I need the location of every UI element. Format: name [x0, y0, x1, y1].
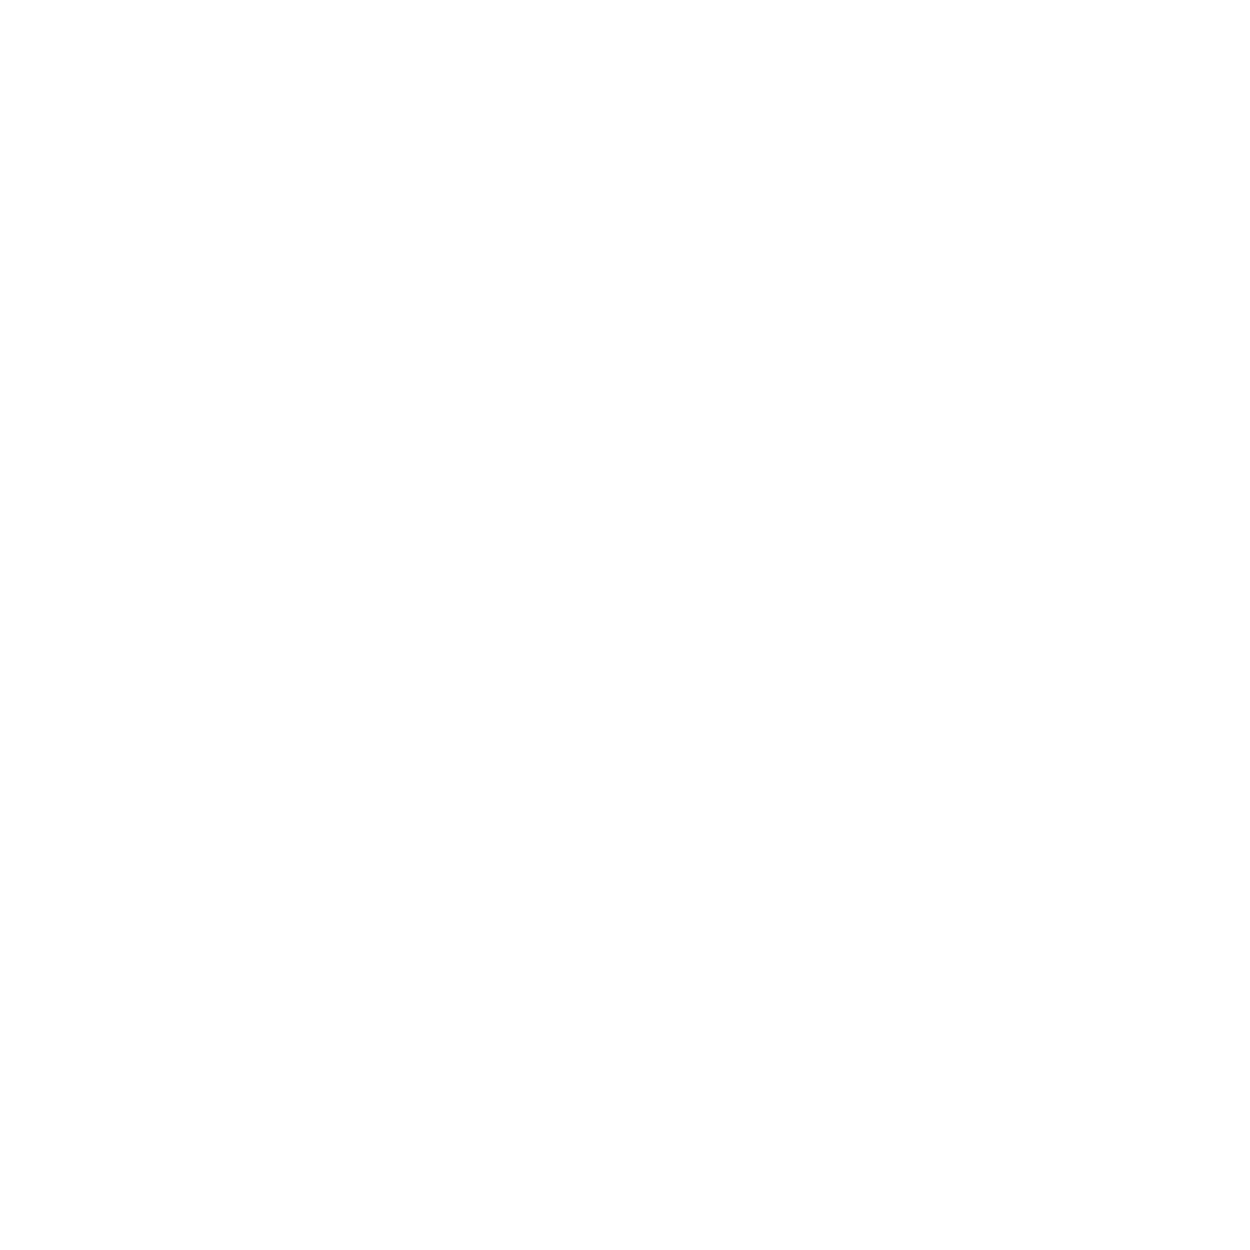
chess-scene-svg [0, 0, 1250, 1250]
chess-set-photo [0, 0, 1250, 1250]
